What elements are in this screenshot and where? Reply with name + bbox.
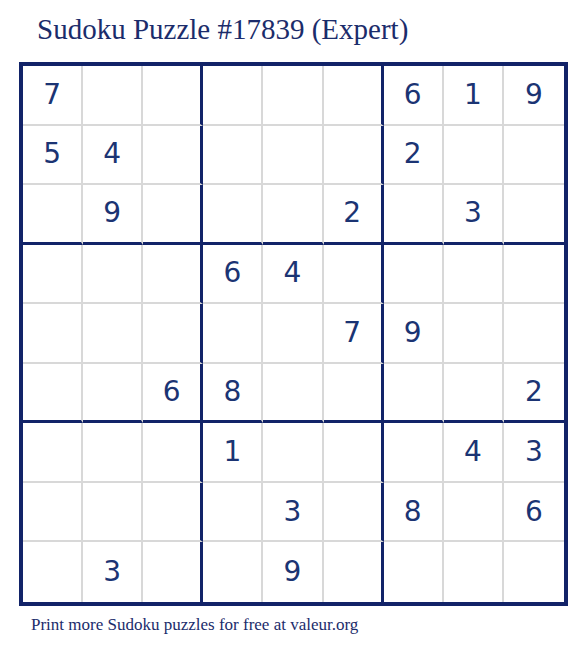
- cell-r8c6[interactable]: [324, 483, 384, 543]
- cell-r2c1[interactable]: 5: [23, 126, 83, 186]
- cell-r2c9[interactable]: [504, 126, 564, 186]
- cell-r8c2[interactable]: [83, 483, 143, 543]
- cell-r7c2[interactable]: [83, 423, 143, 483]
- cell-r7c6[interactable]: [324, 423, 384, 483]
- cell-r6c2[interactable]: [83, 364, 143, 424]
- given-digit: 6: [404, 81, 422, 109]
- given-digit: 6: [223, 259, 241, 287]
- given-digit: 4: [464, 438, 482, 466]
- cell-r2c7[interactable]: 2: [384, 126, 444, 186]
- cell-r9c3[interactable]: [143, 542, 203, 602]
- cell-r7c7[interactable]: [384, 423, 444, 483]
- cell-r6c7[interactable]: [384, 364, 444, 424]
- footer-text: Print more Sudoku puzzles for free at va…: [31, 615, 358, 635]
- cell-r6c5[interactable]: [263, 364, 323, 424]
- cell-r6c1[interactable]: [23, 364, 83, 424]
- cell-r7c4[interactable]: 1: [203, 423, 263, 483]
- cell-r1c6[interactable]: [324, 66, 384, 126]
- cell-r9c1[interactable]: [23, 542, 83, 602]
- cell-r4c3[interactable]: [143, 245, 203, 305]
- cell-r8c1[interactable]: [23, 483, 83, 543]
- cell-r3c1[interactable]: [23, 185, 83, 245]
- cell-r7c5[interactable]: [263, 423, 323, 483]
- given-digit: 1: [464, 81, 482, 109]
- cell-r7c3[interactable]: [143, 423, 203, 483]
- cell-r9c4[interactable]: [203, 542, 263, 602]
- cell-r6c8[interactable]: [444, 364, 504, 424]
- given-digit: 7: [343, 319, 361, 347]
- cell-r9c8[interactable]: [444, 542, 504, 602]
- cell-r8c4[interactable]: [203, 483, 263, 543]
- cell-r2c5[interactable]: [263, 126, 323, 186]
- cell-r1c8[interactable]: 1: [444, 66, 504, 126]
- given-digit: 1: [223, 438, 241, 466]
- cell-r6c3[interactable]: 6: [143, 364, 203, 424]
- cell-r5c5[interactable]: [263, 304, 323, 364]
- cell-r7c8[interactable]: 4: [444, 423, 504, 483]
- cell-r5c3[interactable]: [143, 304, 203, 364]
- cell-r1c4[interactable]: [203, 66, 263, 126]
- cell-r3c9[interactable]: [504, 185, 564, 245]
- cell-r2c2[interactable]: 4: [83, 126, 143, 186]
- cell-r3c6[interactable]: 2: [324, 185, 384, 245]
- cell-r4c8[interactable]: [444, 245, 504, 305]
- cell-r6c4[interactable]: 8: [203, 364, 263, 424]
- cell-r1c2[interactable]: [83, 66, 143, 126]
- given-digit: 9: [284, 558, 302, 586]
- cell-r3c3[interactable]: [143, 185, 203, 245]
- cell-r3c2[interactable]: 9: [83, 185, 143, 245]
- given-digit: 7: [43, 81, 61, 109]
- cell-r5c6[interactable]: 7: [324, 304, 384, 364]
- cell-r2c4[interactable]: [203, 126, 263, 186]
- cell-r4c1[interactable]: [23, 245, 83, 305]
- given-digit: 3: [464, 199, 482, 227]
- cell-r5c7[interactable]: 9: [384, 304, 444, 364]
- cell-r2c8[interactable]: [444, 126, 504, 186]
- given-digit: 8: [404, 498, 422, 526]
- given-digit: 8: [223, 378, 241, 406]
- cell-r5c9[interactable]: [504, 304, 564, 364]
- cell-r5c4[interactable]: [203, 304, 263, 364]
- cell-r4c4[interactable]: 6: [203, 245, 263, 305]
- given-digit: 6: [525, 498, 543, 526]
- cell-r1c1[interactable]: 7: [23, 66, 83, 126]
- cell-r9c5[interactable]: 9: [263, 542, 323, 602]
- cell-r5c1[interactable]: [23, 304, 83, 364]
- sudoku-board: 7619542923647968214338639: [19, 62, 568, 606]
- cell-r5c2[interactable]: [83, 304, 143, 364]
- cell-r3c4[interactable]: [203, 185, 263, 245]
- cell-r9c7[interactable]: [384, 542, 444, 602]
- given-digit: 3: [525, 438, 543, 466]
- cell-r3c7[interactable]: [384, 185, 444, 245]
- given-digit: 9: [404, 319, 422, 347]
- given-digit: 3: [103, 558, 121, 586]
- cell-r5c8[interactable]: [444, 304, 504, 364]
- cell-r7c9[interactable]: 3: [504, 423, 564, 483]
- cell-r4c7[interactable]: [384, 245, 444, 305]
- given-digit: 6: [163, 378, 181, 406]
- given-digit: 2: [404, 140, 422, 168]
- given-digit: 2: [525, 378, 543, 406]
- cell-r4c9[interactable]: [504, 245, 564, 305]
- cell-r8c7[interactable]: 8: [384, 483, 444, 543]
- cell-r3c5[interactable]: [263, 185, 323, 245]
- cell-r8c5[interactable]: 3: [263, 483, 323, 543]
- given-digit: 4: [103, 140, 121, 168]
- cell-r1c9[interactable]: 9: [504, 66, 564, 126]
- cell-r1c5[interactable]: [263, 66, 323, 126]
- given-digit: 2: [343, 199, 361, 227]
- cell-r4c6[interactable]: [324, 245, 384, 305]
- cell-r1c7[interactable]: 6: [384, 66, 444, 126]
- cell-r4c5[interactable]: 4: [263, 245, 323, 305]
- cell-r4c2[interactable]: [83, 245, 143, 305]
- cell-r9c9[interactable]: [504, 542, 564, 602]
- cell-r8c9[interactable]: 6: [504, 483, 564, 543]
- cell-r8c3[interactable]: [143, 483, 203, 543]
- cell-r6c9[interactable]: 2: [504, 364, 564, 424]
- cell-r9c6[interactable]: [324, 542, 384, 602]
- given-digit: 9: [103, 199, 121, 227]
- cell-r9c2[interactable]: 3: [83, 542, 143, 602]
- cell-r3c8[interactable]: 3: [444, 185, 504, 245]
- cell-r1c3[interactable]: [143, 66, 203, 126]
- given-digit: 4: [284, 259, 302, 287]
- puzzle-title: Sudoku Puzzle #17839 (Expert): [37, 13, 408, 46]
- cell-r7c1[interactable]: [23, 423, 83, 483]
- given-digit: 9: [525, 81, 543, 109]
- given-digit: 5: [43, 140, 61, 168]
- cell-r8c8[interactable]: [444, 483, 504, 543]
- cell-r2c6[interactable]: [324, 126, 384, 186]
- cell-r2c3[interactable]: [143, 126, 203, 186]
- cell-r6c6[interactable]: [324, 364, 384, 424]
- page: Sudoku Puzzle #17839 (Expert) 7619542923…: [0, 0, 580, 651]
- given-digit: 3: [284, 498, 302, 526]
